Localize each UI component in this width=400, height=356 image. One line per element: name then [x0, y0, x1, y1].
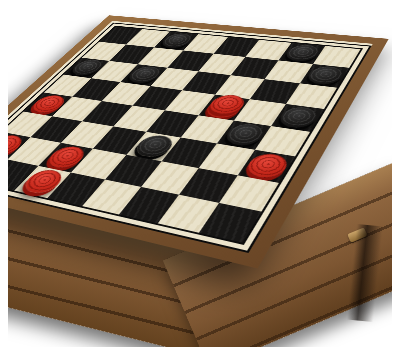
square-r7c1[interactable] — [8, 132, 31, 160]
square-r6c7[interactable] — [199, 143, 255, 175]
square-r7c3[interactable] — [38, 143, 92, 173]
piece-black-man[interactable] — [221, 122, 268, 147]
square-r7c8[interactable] — [219, 175, 279, 211]
square-r4c7[interactable] — [234, 99, 286, 126]
square-r7c7[interactable] — [179, 168, 238, 203]
square-r6c4[interactable] — [93, 126, 146, 154]
piece-red-man[interactable] — [19, 168, 68, 196]
piece-red-man[interactable] — [8, 133, 28, 157]
piece-black-man[interactable] — [304, 65, 347, 86]
square-r5c6[interactable] — [181, 115, 234, 143]
square-r4c8[interactable] — [271, 104, 324, 132]
square-r7c2[interactable] — [8, 137, 61, 166]
square-r8c4[interactable] — [47, 173, 105, 207]
square-r3c8[interactable] — [286, 83, 337, 109]
square-r5c8[interactable] — [255, 126, 310, 156]
square-r6c6[interactable] — [162, 138, 217, 169]
square-r8c6[interactable] — [119, 187, 179, 223]
square-r8c5[interactable] — [82, 180, 141, 215]
photo-scene — [8, 7, 392, 347]
square-r8c3[interactable] — [14, 166, 71, 198]
square-r7c6[interactable] — [141, 161, 199, 194]
piece-red-man[interactable] — [242, 152, 292, 181]
square-r8c2[interactable] — [8, 160, 38, 191]
brass-hinge — [347, 227, 367, 242]
square-r6c5[interactable] — [126, 132, 180, 161]
square-r6c8[interactable] — [238, 150, 295, 183]
piece-black-man[interactable] — [275, 105, 321, 129]
piece-black-man[interactable] — [131, 133, 178, 159]
square-r7c4[interactable] — [71, 149, 126, 180]
square-r5c7[interactable] — [217, 121, 271, 150]
square-r8c8[interactable] — [199, 203, 262, 243]
square-r8c7[interactable] — [158, 195, 219, 233]
square-r7c5[interactable] — [105, 155, 162, 187]
piece-red-man[interactable] — [43, 144, 90, 170]
square-r5c5[interactable] — [146, 110, 198, 137]
